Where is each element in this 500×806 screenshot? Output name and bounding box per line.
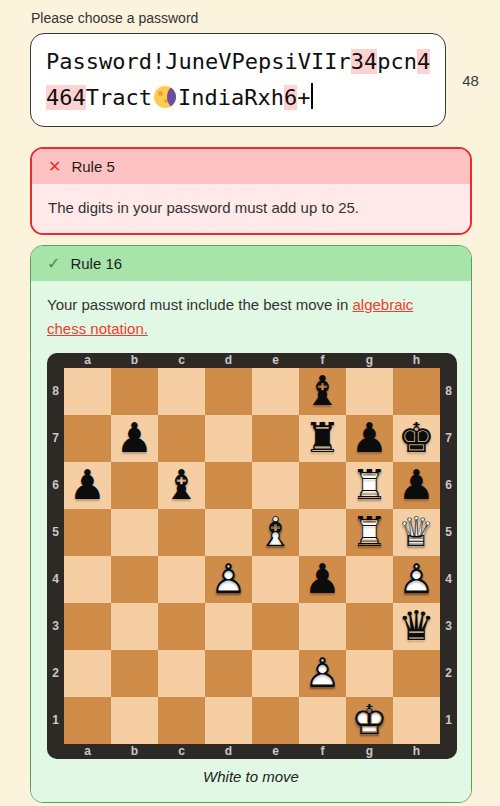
board-caption: White to move: [47, 765, 455, 788]
rank-label-4-right: 4: [440, 556, 457, 603]
rank-label-3-right: 3: [440, 603, 457, 650]
file-label-f-bottom: f: [299, 744, 346, 759]
square-g6: ♖: [346, 462, 393, 509]
file-label-g-bottom: g: [346, 744, 393, 759]
rank-label-3-left: 3: [47, 603, 64, 650]
board-frame-corner: [440, 744, 457, 759]
password-text: +: [297, 85, 310, 110]
black-king: ♚: [393, 415, 440, 462]
square-e5: ♗: [252, 509, 299, 556]
square-a2: [64, 650, 111, 697]
waning-gibbous-moon-icon: [154, 86, 176, 108]
rule-16-title: Rule 16: [70, 255, 122, 272]
square-e8: [252, 368, 299, 415]
white-rook: ♖: [346, 509, 393, 556]
square-b1: [111, 697, 158, 744]
square-d1: [205, 697, 252, 744]
square-f1: [299, 697, 346, 744]
square-d4: ♙: [205, 556, 252, 603]
file-label-h-top: h: [393, 353, 440, 368]
square-b4: [111, 556, 158, 603]
square-d5: [205, 509, 252, 556]
square-b3: [111, 603, 158, 650]
rank-label-1-right: 1: [440, 697, 457, 744]
square-g4: [346, 556, 393, 603]
file-label-d-bottom: d: [205, 744, 252, 759]
rank-label-6-right: 6: [440, 462, 457, 509]
board-frame-corner: [47, 353, 64, 368]
square-a4: [64, 556, 111, 603]
password-input[interactable]: Password!JuneVPepsiVIIr34pcn4464TractInd…: [30, 33, 446, 127]
square-f6: [299, 462, 346, 509]
file-label-h-bottom: h: [393, 744, 440, 759]
square-d8: [205, 368, 252, 415]
rule-16-card: ✓ Rule 16 Your password must include the…: [30, 245, 472, 803]
rank-label-8-left: 8: [47, 368, 64, 415]
square-e7: [252, 415, 299, 462]
password-text: pcn: [377, 49, 417, 74]
square-f4: ♟: [299, 556, 346, 603]
white-king: ♔: [346, 697, 393, 744]
square-f5: [299, 509, 346, 556]
page: { "header": { "label": "Please choose a …: [0, 0, 500, 806]
rank-label-6-left: 6: [47, 462, 64, 509]
square-g3: [346, 603, 393, 650]
rank-label-2-right: 2: [440, 650, 457, 697]
square-a8: [64, 368, 111, 415]
square-h7: ♚: [393, 415, 440, 462]
board-frame-corner: [440, 353, 457, 368]
square-b8: [111, 368, 158, 415]
black-pawn: ♟: [393, 462, 440, 509]
square-h1: [393, 697, 440, 744]
square-c4: [158, 556, 205, 603]
square-f3: [299, 603, 346, 650]
digit-highlight: 6: [284, 85, 297, 110]
text-caret: [311, 83, 313, 109]
rule-5-card: ✕ Rule 5 The digits in your password mus…: [30, 147, 472, 235]
square-c2: [158, 650, 205, 697]
rank-label-5-left: 5: [47, 509, 64, 556]
square-c7: [158, 415, 205, 462]
white-pawn: ♙: [393, 556, 440, 603]
square-c8: [158, 368, 205, 415]
square-f7: ♜: [299, 415, 346, 462]
check-icon: ✓: [47, 256, 60, 272]
square-h5: ♕: [393, 509, 440, 556]
password-text: Tract: [86, 85, 152, 110]
file-label-b-bottom: b: [111, 744, 158, 759]
rank-label-2-left: 2: [47, 650, 64, 697]
square-b6: [111, 462, 158, 509]
square-e4: [252, 556, 299, 603]
square-d7: [205, 415, 252, 462]
black-pawn: ♟: [111, 415, 158, 462]
square-a6: ♟: [64, 462, 111, 509]
board-frame-corner: [47, 744, 64, 759]
rank-label-5-right: 5: [440, 509, 457, 556]
square-b7: ♟: [111, 415, 158, 462]
square-e6: [252, 462, 299, 509]
square-h8: [393, 368, 440, 415]
square-g5: ♖: [346, 509, 393, 556]
square-h4: ♙: [393, 556, 440, 603]
file-label-e-bottom: e: [252, 744, 299, 759]
char-count: 48: [462, 72, 479, 89]
file-label-g-top: g: [346, 353, 393, 368]
black-pawn: ♟: [299, 556, 346, 603]
square-g7: ♟: [346, 415, 393, 462]
square-b2: [111, 650, 158, 697]
white-pawn: ♙: [205, 556, 252, 603]
square-e3: [252, 603, 299, 650]
square-g2: [346, 650, 393, 697]
square-c1: [158, 697, 205, 744]
white-rook: ♖: [346, 462, 393, 509]
square-b5: [111, 509, 158, 556]
square-c6: ♝: [158, 462, 205, 509]
rule-5-header: ✕ Rule 5: [32, 149, 470, 184]
black-queen: ♛: [393, 603, 440, 650]
rule-16-body: Your password must include the best move…: [31, 281, 471, 802]
rule-5-title: Rule 5: [71, 158, 114, 175]
square-e2: [252, 650, 299, 697]
digit-highlight: 464: [46, 85, 86, 110]
rule-16-header: ✓ Rule 16: [31, 246, 471, 281]
rank-label-7-right: 7: [440, 415, 457, 462]
rank-label-8-right: 8: [440, 368, 457, 415]
square-c5: [158, 509, 205, 556]
rank-label-1-left: 1: [47, 697, 64, 744]
square-e1: [252, 697, 299, 744]
square-d6: [205, 462, 252, 509]
square-d2: [205, 650, 252, 697]
digit-highlight: 34: [351, 49, 378, 74]
square-f2: ♙: [299, 650, 346, 697]
square-h3: ♛: [393, 603, 440, 650]
square-a5: [64, 509, 111, 556]
square-c3: [158, 603, 205, 650]
chess-board: abcdefgh8♝87♟♜♟♚76♟♝♖♟65♗♖♕54♙♟♙43♛32♙21…: [47, 353, 457, 759]
black-bishop: ♝: [158, 462, 205, 509]
x-icon: ✕: [48, 159, 61, 175]
file-label-c-bottom: c: [158, 744, 205, 759]
file-label-b-top: b: [111, 353, 158, 368]
file-label-d-top: d: [205, 353, 252, 368]
white-bishop: ♗: [252, 509, 299, 556]
rule-5-description: The digits in your password must add up …: [32, 184, 470, 233]
password-text: Password!JuneVPepsiVIIr: [46, 49, 351, 74]
white-queen: ♕: [393, 509, 440, 556]
square-h6: ♟: [393, 462, 440, 509]
password-text: IndiaRxh: [178, 85, 284, 110]
file-label-c-top: c: [158, 353, 205, 368]
black-rook: ♜: [299, 415, 346, 462]
black-pawn: ♟: [346, 415, 393, 462]
black-bishop: ♝: [299, 368, 346, 415]
rule-16-description: Your password must include the best move…: [47, 296, 352, 313]
white-pawn: ♙: [299, 650, 346, 697]
square-f8: ♝: [299, 368, 346, 415]
rank-label-4-left: 4: [47, 556, 64, 603]
square-g8: [346, 368, 393, 415]
file-label-f-top: f: [299, 353, 346, 368]
file-label-a-bottom: a: [64, 744, 111, 759]
black-pawn: ♟: [64, 462, 111, 509]
rank-label-7-left: 7: [47, 415, 64, 462]
square-g1: ♔: [346, 697, 393, 744]
password-prompt-label: Please choose a password: [31, 10, 472, 26]
digit-highlight: 4: [417, 49, 430, 74]
square-a1: [64, 697, 111, 744]
square-h2: [393, 650, 440, 697]
square-d3: [205, 603, 252, 650]
square-a7: [64, 415, 111, 462]
password-input-row: Password!JuneVPepsiVIIr34pcn4464TractInd…: [30, 33, 472, 127]
square-a3: [64, 603, 111, 650]
file-label-e-top: e: [252, 353, 299, 368]
file-label-a-top: a: [64, 353, 111, 368]
